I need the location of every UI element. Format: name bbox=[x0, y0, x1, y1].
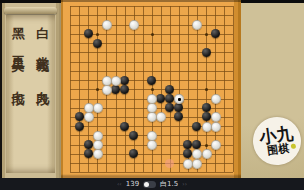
logo-accent-dot bbox=[291, 143, 297, 149]
star-point bbox=[205, 88, 208, 91]
toggle-knob-icon bbox=[144, 182, 149, 187]
star-point bbox=[205, 144, 208, 147]
stone-black bbox=[192, 140, 201, 149]
move-counter: 139 bbox=[126, 181, 139, 188]
stone-black bbox=[192, 122, 201, 131]
stone-black bbox=[75, 112, 84, 121]
app-logo: 小九 围棋 bbox=[250, 114, 304, 168]
logo-text-bottom: 围棋 bbox=[267, 142, 290, 156]
stone-black bbox=[120, 122, 129, 131]
stone-black bbox=[165, 103, 174, 112]
stone-white bbox=[147, 140, 157, 150]
board-grid-line-h bbox=[70, 172, 233, 173]
stone-black bbox=[147, 76, 156, 85]
ai-toggle[interactable] bbox=[143, 181, 156, 188]
stone-black bbox=[75, 122, 84, 131]
stone-white bbox=[211, 140, 221, 150]
side-texture-panel: 小九 围棋 bbox=[241, 3, 304, 178]
black-side-label: 黑 bbox=[11, 17, 26, 19]
next-moves-button[interactable]: ›› bbox=[182, 181, 187, 187]
bottom-toolbar: ‹‹ 139 白1.5 ›› bbox=[0, 178, 304, 190]
star-point bbox=[151, 33, 154, 36]
player-scroll-panel: 白 党毅飞 九段 黑 王星昊 七段 bbox=[0, 3, 61, 178]
stone-black bbox=[211, 29, 220, 38]
stone-white bbox=[102, 20, 112, 30]
stone-black bbox=[174, 103, 183, 112]
stone-white bbox=[211, 112, 221, 122]
black-player-rank: 七段 bbox=[11, 80, 26, 84]
board-grid-line-h bbox=[70, 62, 233, 63]
stone-white bbox=[84, 112, 94, 122]
stone-white bbox=[192, 149, 202, 159]
stone-black bbox=[165, 85, 174, 94]
stone-white bbox=[111, 76, 121, 86]
stone-white bbox=[93, 149, 103, 159]
board-grid-line-h bbox=[70, 15, 233, 16]
stone-black bbox=[174, 112, 183, 121]
black-player-name: 王星昊 bbox=[11, 45, 26, 51]
stone-white-last-move bbox=[174, 94, 184, 104]
white-player-name: 党毅飞 bbox=[35, 45, 50, 51]
go-app-window: 白 党毅飞 九段 黑 王星昊 七段 小九 围棋 ‹‹ 139 白1.5 ›› bbox=[0, 0, 304, 190]
stone-black bbox=[111, 85, 120, 94]
stone-white bbox=[192, 20, 202, 30]
stone-white bbox=[202, 149, 212, 159]
stone-black bbox=[84, 140, 93, 149]
stone-black bbox=[165, 94, 174, 103]
stone-white bbox=[192, 159, 202, 169]
board-grid-line-h bbox=[70, 25, 233, 26]
star-point bbox=[205, 33, 208, 36]
board-grid-line-h bbox=[70, 71, 233, 72]
score-estimate-label: 白1.5 bbox=[160, 181, 178, 188]
stone-black bbox=[202, 112, 211, 121]
stone-white bbox=[211, 122, 221, 132]
star-point bbox=[96, 33, 99, 36]
stone-black bbox=[183, 149, 192, 158]
star-point bbox=[151, 88, 154, 91]
stone-black bbox=[120, 76, 129, 85]
stone-black bbox=[129, 149, 138, 158]
stone-white bbox=[211, 94, 221, 104]
white-player-rank: 九段 bbox=[35, 80, 50, 84]
stone-white bbox=[129, 20, 139, 30]
stone-black bbox=[202, 48, 211, 57]
star-point bbox=[96, 88, 99, 91]
prev-moves-button[interactable]: ‹‹ bbox=[117, 181, 122, 187]
last-move-marker bbox=[178, 98, 181, 101]
stone-black bbox=[84, 29, 93, 38]
player-card-white: 白 党毅飞 九段 bbox=[36, 17, 49, 173]
white-side-label: 白 bbox=[35, 17, 50, 19]
stone-white bbox=[93, 103, 103, 113]
stone-white bbox=[102, 85, 112, 95]
board-grid-line-h bbox=[70, 163, 233, 164]
go-board[interactable] bbox=[61, 0, 241, 178]
stone-black bbox=[84, 149, 93, 158]
stone-black bbox=[93, 39, 102, 48]
stone-black bbox=[156, 94, 165, 103]
stone-black bbox=[129, 131, 138, 140]
board-grid-line-v bbox=[233, 6, 234, 172]
scroll-roll-top bbox=[4, 7, 57, 14]
stone-black bbox=[120, 85, 129, 94]
hint-stone bbox=[165, 159, 174, 168]
stone-white bbox=[156, 112, 166, 122]
player-card-black: 黑 王星昊 七段 bbox=[12, 17, 25, 173]
board-grid-line-h bbox=[70, 6, 233, 7]
stone-black bbox=[183, 140, 192, 149]
player-columns: 白 党毅飞 九段 黑 王星昊 七段 bbox=[6, 17, 55, 173]
stone-black bbox=[202, 103, 211, 112]
